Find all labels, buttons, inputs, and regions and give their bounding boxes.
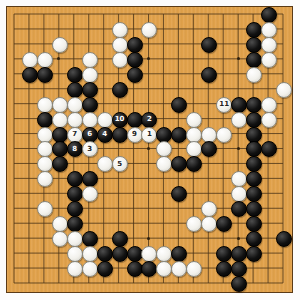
stone-black[interactable] xyxy=(246,127,262,143)
stone-white[interactable]: 1 xyxy=(141,127,157,143)
stone-white[interactable] xyxy=(82,186,98,202)
stone-black[interactable] xyxy=(127,112,143,128)
stone-white[interactable]: 5 xyxy=(112,156,128,172)
stone-black[interactable] xyxy=(67,67,83,83)
stone-black[interactable] xyxy=(112,231,128,247)
stone-black[interactable] xyxy=(67,82,83,98)
stone-white[interactable] xyxy=(201,127,217,143)
star-point xyxy=(237,237,240,240)
stone-white[interactable] xyxy=(67,246,83,262)
move-number: 11 xyxy=(219,101,229,108)
stone-white[interactable]: 7 xyxy=(67,127,83,143)
stone-black[interactable] xyxy=(67,186,83,202)
stone-white[interactable] xyxy=(97,156,113,172)
stone-black[interactable] xyxy=(112,246,128,262)
stone-white[interactable] xyxy=(82,246,98,262)
stone-white[interactable] xyxy=(52,37,68,53)
stone-white[interactable] xyxy=(276,82,292,98)
stone-white[interactable] xyxy=(67,261,83,277)
stone-black[interactable] xyxy=(201,67,217,83)
stone-white[interactable] xyxy=(186,127,202,143)
stone-black[interactable] xyxy=(82,231,98,247)
stone-white[interactable] xyxy=(52,112,68,128)
stone-white[interactable] xyxy=(37,97,53,113)
stone-black[interactable] xyxy=(67,201,83,217)
stone-white[interactable] xyxy=(261,37,277,53)
stone-white[interactable] xyxy=(216,127,232,143)
stone-black[interactable] xyxy=(261,7,277,23)
stone-white[interactable] xyxy=(67,112,83,128)
stone-white[interactable] xyxy=(186,112,202,128)
stone-white[interactable] xyxy=(67,97,83,113)
go-diagram: 1110276491835 xyxy=(0,0,300,300)
stone-white[interactable] xyxy=(112,22,128,38)
stone-black[interactable] xyxy=(37,67,53,83)
stone-black[interactable] xyxy=(67,216,83,232)
star-point xyxy=(147,237,150,240)
stone-black[interactable]: 6 xyxy=(82,127,98,143)
stone-black[interactable] xyxy=(127,246,143,262)
stone-white[interactable] xyxy=(82,261,98,277)
stone-white[interactable] xyxy=(246,67,262,83)
stone-black[interactable]: 10 xyxy=(112,112,128,128)
stone-black[interactable] xyxy=(246,97,262,113)
stone-white[interactable]: 9 xyxy=(127,127,143,143)
stone-black[interactable] xyxy=(82,82,98,98)
stone-white[interactable] xyxy=(261,97,277,113)
stone-black[interactable] xyxy=(112,127,128,143)
stone-black[interactable] xyxy=(82,97,98,113)
move-number: 8 xyxy=(72,146,77,153)
stone-black[interactable]: 4 xyxy=(97,127,113,143)
move-number: 9 xyxy=(132,131,137,138)
stone-black[interactable] xyxy=(127,261,143,277)
star-point xyxy=(237,147,240,150)
stone-black[interactable] xyxy=(246,112,262,128)
move-number: 1 xyxy=(147,131,152,138)
stone-black[interactable] xyxy=(246,22,262,38)
stone-black[interactable] xyxy=(127,52,143,68)
stone-white[interactable] xyxy=(231,112,247,128)
move-number: 6 xyxy=(87,131,92,138)
move-number: 5 xyxy=(117,161,122,168)
stone-white[interactable] xyxy=(22,52,38,68)
stone-white[interactable] xyxy=(37,52,53,68)
move-number: 3 xyxy=(87,146,92,153)
stone-white[interactable] xyxy=(261,52,277,68)
stone-black[interactable] xyxy=(246,52,262,68)
stone-white[interactable] xyxy=(112,52,128,68)
stone-black[interactable] xyxy=(82,171,98,187)
stone-white[interactable] xyxy=(52,216,68,232)
move-number: 4 xyxy=(102,131,107,138)
stone-white[interactable] xyxy=(52,231,68,247)
stone-black[interactable] xyxy=(171,97,187,113)
stone-black[interactable] xyxy=(231,97,247,113)
stone-black[interactable] xyxy=(112,82,128,98)
stone-white[interactable]: 11 xyxy=(216,97,232,113)
stone-white[interactable] xyxy=(82,52,98,68)
move-number: 7 xyxy=(72,131,77,138)
move-number: 10 xyxy=(115,116,125,123)
star-point xyxy=(147,147,150,150)
stone-white[interactable] xyxy=(112,37,128,53)
stone-black[interactable]: 2 xyxy=(141,112,157,128)
stone-black[interactable] xyxy=(171,127,187,143)
stone-white[interactable] xyxy=(97,112,113,128)
stone-black[interactable] xyxy=(52,127,68,143)
stone-white[interactable] xyxy=(261,22,277,38)
stone-white[interactable] xyxy=(82,67,98,83)
stone-white[interactable] xyxy=(67,231,83,247)
stone-black[interactable] xyxy=(97,246,113,262)
stone-black[interactable] xyxy=(127,67,143,83)
stone-black[interactable] xyxy=(127,37,143,53)
stone-black[interactable] xyxy=(97,261,113,277)
stone-black[interactable] xyxy=(37,112,53,128)
move-number: 2 xyxy=(147,116,152,123)
stone-white[interactable] xyxy=(82,112,98,128)
stone-black[interactable] xyxy=(156,127,172,143)
stone-white[interactable] xyxy=(261,112,277,128)
stone-black[interactable] xyxy=(22,67,38,83)
stone-black[interactable] xyxy=(246,37,262,53)
stone-white[interactable] xyxy=(37,127,53,143)
stone-white[interactable] xyxy=(52,97,68,113)
